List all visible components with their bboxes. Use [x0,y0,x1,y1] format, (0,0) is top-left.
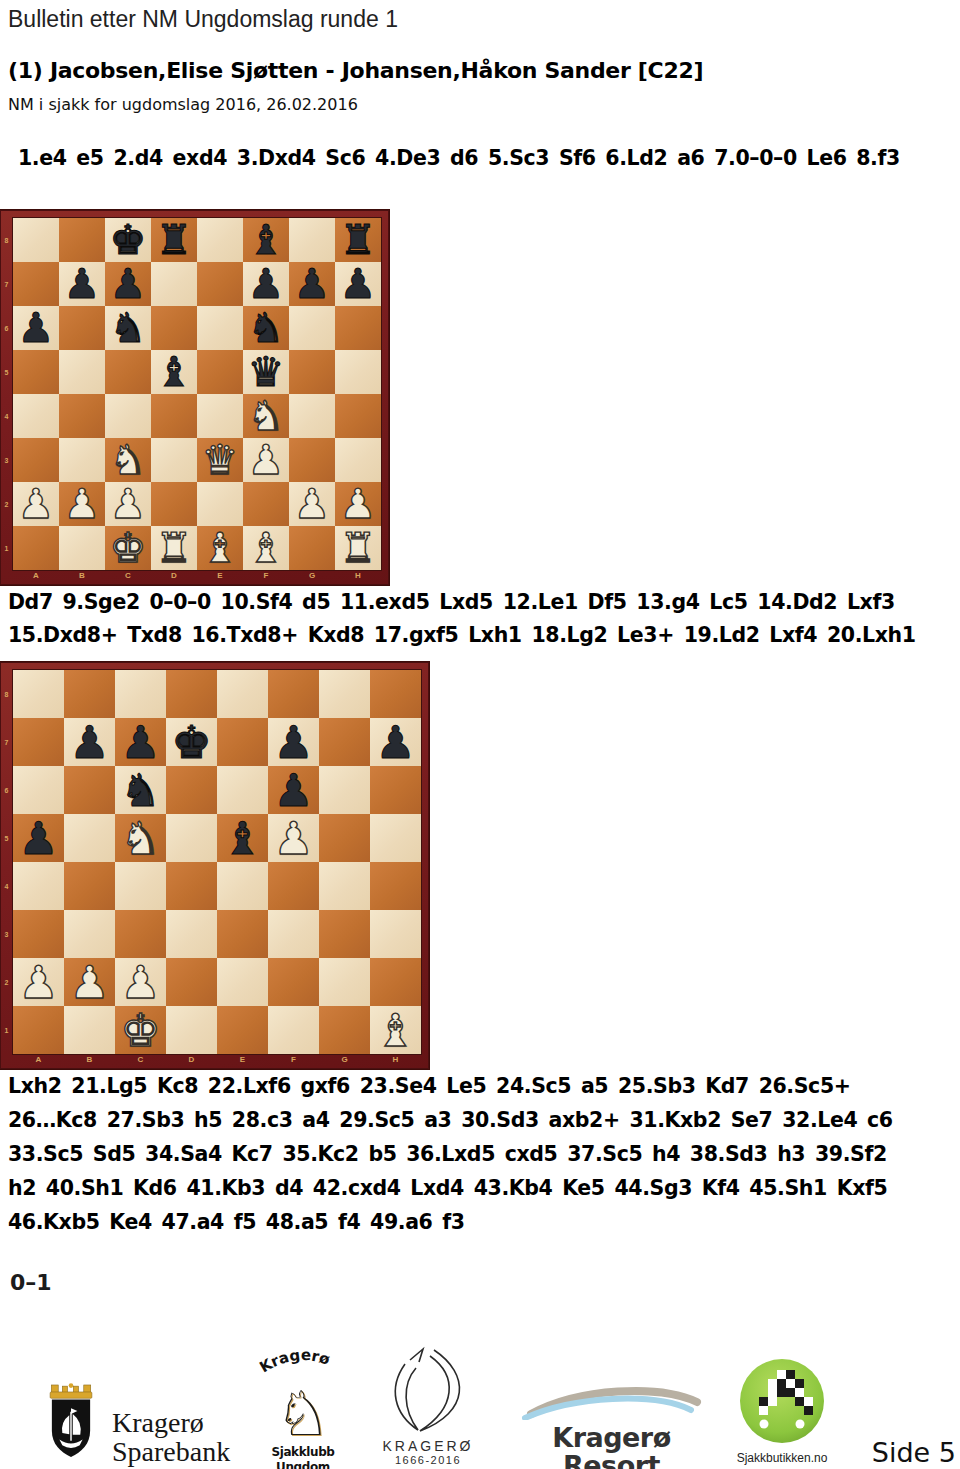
file-label-f: F [268,1055,319,1068]
file-label-c: C [105,571,151,584]
piece-black-pawn: ♟ [64,264,101,305]
square-a1 [13,526,59,570]
piece-black-pawn: ♟ [18,308,55,349]
square-a3 [13,438,59,482]
rank-label-4: 4 [0,394,13,438]
square-f3 [268,910,319,958]
piece-black-rook: ♜ [156,220,193,261]
square-h2 [370,958,421,1006]
square-b3 [59,438,105,482]
piece-black-knight: ♞ [110,308,147,349]
sparebank-wordmark: Kragerø Sparebank [112,1408,230,1468]
piece-black-pawn: ♟ [110,264,147,305]
square-f4: ♞ [243,394,289,438]
square-a6 [13,766,64,814]
page-number: Side 5 [872,1437,956,1468]
rank-label-5: 5 [0,350,13,394]
piece-black-knight: ♞ [248,308,285,349]
game-event-line: NM i sjakk for ugdomslag 2016, 26.02.201… [8,95,358,114]
square-f7: ♟ [268,718,319,766]
sails-icon [372,1340,484,1432]
moves-block-final: Lxh2 21.Lg5 Kc8 22.Lxf6 gxf6 23.Se4 Le5 … [8,1069,893,1239]
piece-white-pawn: ♟ [110,484,147,525]
sparebank-shield-icon [42,1382,100,1468]
piece-black-pawn: ♟ [273,720,313,765]
square-f1: ♝ [243,526,289,570]
square-b2: ♟ [64,958,115,1006]
square-e7 [197,262,243,306]
square-g6 [289,306,335,350]
square-d2 [151,482,197,526]
game-result: 0–1 [10,1270,52,1295]
piece-black-knight: ♞ [120,768,160,813]
piece-white-pawn: ♟ [248,440,285,481]
square-h6 [335,306,381,350]
rank-label-3: 3 [0,910,13,958]
square-e6 [217,766,268,814]
moves-line: Lxh2 21.Lg5 Kc8 22.Lxf6 gxf6 23.Se4 Le5 … [8,1069,893,1103]
square-c2: ♟ [105,482,151,526]
sjakklubb-arc-text: Kragerø [249,1350,357,1380]
square-a3 [13,910,64,958]
square-b8 [64,670,115,718]
file-labels: ABCDEFGH [13,1055,421,1068]
file-label-b: B [64,1055,115,1068]
square-e1 [217,1006,268,1054]
square-d7: ♚ [166,718,217,766]
piece-black-pawn: ♟ [340,264,377,305]
sparebank-line2: Sparebank [112,1437,230,1466]
piece-white-bishop: ♝ [375,1008,415,1053]
square-c3 [115,910,166,958]
piece-white-knight: ♞ [110,440,147,481]
square-e3: ♛ [197,438,243,482]
piece-white-pawn: ♟ [18,960,58,1005]
square-a8 [13,670,64,718]
square-h8: ♜ [335,218,381,262]
file-label-a: A [13,1055,64,1068]
board-grid: ♚♜♝♜♟♟♟♟♟♟♞♞♝♛♞♞♛♟♟♟♟♟♟♚♜♝♝♜ [13,218,381,570]
rank-label-4: 4 [0,862,13,910]
bulletin-header: Bulletin etter NM Ungdomslag runde 1 [8,6,398,33]
square-e8 [217,670,268,718]
rank-label-8: 8 [0,218,13,262]
moves-line: 15.Dxd8+ Txd8 16.Txd8+ Kxd8 17.gxf5 Lxh1… [8,619,916,652]
square-g5 [289,350,335,394]
square-h7: ♟ [335,262,381,306]
square-e8 [197,218,243,262]
square-f3: ♟ [243,438,289,482]
square-h4 [370,862,421,910]
rank-label-2: 2 [0,482,13,526]
file-labels: ABCDEFGH [13,571,381,584]
kragero-sparebank-logo: Kragerø Sparebank [42,1382,230,1468]
piece-black-pawn: ♟ [120,720,160,765]
piece-black-pawn: ♟ [69,720,109,765]
kragero-resort-logo: Kragerø Resort Golf, spa & unike oppleve… [514,1384,709,1469]
square-a5: ♟ [13,814,64,862]
rank-label-8: 8 [0,670,13,718]
square-b5 [59,350,105,394]
square-b4 [64,862,115,910]
svg-text:Kragerø: Kragerø [256,1350,332,1377]
square-a5 [13,350,59,394]
rank-label-7: 7 [0,262,13,306]
square-a4 [13,394,59,438]
square-h4 [335,394,381,438]
square-c7: ♟ [105,262,151,306]
sjakklubb-arc-label: Kragerø [256,1350,332,1377]
chess-board-diagram-2: ♟♟♚♟♟♞♟♟♞♝♟♟♟♟♚♝87654321ABCDEFGH [0,662,429,1069]
piece-white-king: ♚ [120,1008,160,1053]
square-g3 [319,910,370,958]
moves-block-middle: Dd7 9.Sge2 0–0–0 10.Sf4 d5 11.exd5 Lxd5 … [8,586,916,652]
piece-black-pawn: ♟ [294,264,331,305]
square-a7 [13,718,64,766]
square-h5 [335,350,381,394]
square-h7: ♟ [370,718,421,766]
square-d7 [151,262,197,306]
square-d2 [166,958,217,1006]
square-e5: ♝ [217,814,268,862]
square-d5: ♝ [151,350,197,394]
square-c1: ♚ [105,526,151,570]
square-g2: ♟ [289,482,335,526]
square-c1: ♚ [115,1006,166,1054]
rank-label-6: 6 [0,766,13,814]
square-h5 [370,814,421,862]
square-c3: ♞ [105,438,151,482]
piece-white-pawn: ♟ [294,484,331,525]
square-e4 [197,394,243,438]
square-d3 [151,438,197,482]
square-d6 [151,306,197,350]
square-g1 [319,1006,370,1054]
sjakklubb-ungdom-logo: Kragerø ♘ Sjakklubb Ungdom [249,1350,357,1469]
square-g5 [319,814,370,862]
sjakkbutikken-logo: Sjakkbutikken.no [734,1358,830,1465]
square-h2: ♟ [335,482,381,526]
piece-black-queen: ♛ [248,352,285,393]
piece-black-pawn: ♟ [18,816,58,861]
square-e7 [217,718,268,766]
piece-white-knight: ♞ [120,816,160,861]
square-a6: ♟ [13,306,59,350]
rank-label-1: 1 [0,1006,13,1054]
square-c4 [105,394,151,438]
square-g1 [289,526,335,570]
square-d3 [166,910,217,958]
square-b1 [64,1006,115,1054]
file-label-g: G [289,571,335,584]
piece-black-king: ♚ [171,720,211,765]
piece-black-king: ♚ [110,220,147,261]
square-g4 [319,862,370,910]
file-label-e: E [217,1055,268,1068]
piece-white-knight: ♞ [248,396,285,437]
square-a2: ♟ [13,482,59,526]
sjakkbutikken-knight-icon [736,1358,828,1446]
piece-black-pawn: ♟ [248,264,285,305]
file-label-a: A [13,571,59,584]
square-e6 [197,306,243,350]
square-c4 [115,862,166,910]
anniversary-years: 1666-2016 [372,1454,484,1466]
file-label-h: H [370,1055,421,1068]
square-b6 [64,766,115,814]
piece-white-pawn: ♟ [340,484,377,525]
square-b4 [59,394,105,438]
square-d8: ♜ [151,218,197,262]
file-label-e: E [197,571,243,584]
square-h1: ♝ [370,1006,421,1054]
piece-white-king: ♚ [110,528,147,569]
piece-white-pawn: ♟ [64,484,101,525]
square-h8 [370,670,421,718]
square-d5 [166,814,217,862]
square-f5: ♛ [243,350,289,394]
piece-white-pawn: ♟ [69,960,109,1005]
horse-head-icon: ♘ [249,1384,357,1444]
square-d4 [151,394,197,438]
square-g6 [319,766,370,814]
square-e4 [217,862,268,910]
sjakkbutikken-label: Sjakkbutikken.no [734,1451,830,1465]
square-f1 [268,1006,319,1054]
file-label-d: D [151,571,197,584]
square-a2: ♟ [13,958,64,1006]
square-h3 [370,910,421,958]
rank-label-2: 2 [0,958,13,1006]
square-h3 [335,438,381,482]
square-g4 [289,394,335,438]
sjakklubb-label: Sjakklubb Ungdom [253,1444,352,1469]
sparebank-line1: Kragerø [112,1408,230,1437]
piece-white-bishop: ♝ [248,528,285,569]
square-b6 [59,306,105,350]
square-b3 [64,910,115,958]
file-label-b: B [59,571,105,584]
square-b2: ♟ [59,482,105,526]
square-d1 [166,1006,217,1054]
square-d4 [166,862,217,910]
square-d1: ♜ [151,526,197,570]
moves-line: Dd7 9.Sge2 0–0–0 10.Sf4 d5 11.exd5 Lxd5 … [8,586,916,619]
square-c8: ♚ [105,218,151,262]
square-c5 [105,350,151,394]
piece-black-bishop: ♝ [248,220,285,261]
square-g8 [319,670,370,718]
board-grid: ♟♟♚♟♟♞♟♟♞♝♟♟♟♟♚♝ [13,670,421,1054]
file-label-d: D [166,1055,217,1068]
square-f7: ♟ [243,262,289,306]
piece-white-bishop: ♝ [202,528,239,569]
square-e2 [217,958,268,1006]
file-label-g: G [319,1055,370,1068]
moves-line: 33.Sc5 Sd5 34.Sa4 Kc7 35.Kc2 b5 36.Lxd5 … [8,1137,893,1171]
chess-board-diagram-1: ♚♜♝♜♟♟♟♟♟♟♞♞♝♛♞♞♛♟♟♟♟♟♟♚♜♝♝♜87654321ABCD… [0,210,389,585]
square-a4 [13,862,64,910]
piece-white-pawn: ♟ [18,484,55,525]
piece-white-pawn: ♟ [273,816,313,861]
moves-line: h2 40.Sh1 Kd6 41.Kb3 d4 42.cxd4 Lxd4 43.… [8,1171,893,1205]
rank-label-1: 1 [0,526,13,570]
rank-label-6: 6 [0,306,13,350]
square-a7 [13,262,59,306]
moves-line: 26…Kc8 27.Sb3 h5 28.c3 a4 29.Sc5 a3 30.S… [8,1103,893,1137]
square-b1 [59,526,105,570]
game-title: (1) Jacobsen,Elise Sjøtten - Johansen,Hå… [8,58,703,83]
square-c6: ♞ [115,766,166,814]
square-g3 [289,438,335,482]
square-h6 [370,766,421,814]
resort-swoosh-icon [519,1384,704,1420]
square-c2: ♟ [115,958,166,1006]
square-d8 [166,670,217,718]
rank-labels: 87654321 [0,670,13,1054]
square-b8 [59,218,105,262]
square-f6: ♟ [268,766,319,814]
square-c6: ♞ [105,306,151,350]
resort-title: Kragerø Resort [514,1424,709,1469]
square-a8 [13,218,59,262]
square-f2 [268,958,319,1006]
square-e5 [197,350,243,394]
square-c7: ♟ [115,718,166,766]
square-g7: ♟ [289,262,335,306]
file-label-h: H [335,571,381,584]
square-h1: ♜ [335,526,381,570]
square-f5: ♟ [268,814,319,862]
file-label-f: F [243,571,289,584]
square-f8: ♝ [243,218,289,262]
square-e3 [217,910,268,958]
piece-black-pawn: ♟ [273,768,313,813]
square-f8 [268,670,319,718]
moves-line-intro: 1.e4 e5 2.d4 exd4 3.Dxd4 Sc6 4.De3 d6 5.… [18,146,900,170]
rank-label-7: 7 [0,718,13,766]
square-g7 [319,718,370,766]
square-b7: ♟ [59,262,105,306]
square-f2 [243,482,289,526]
piece-black-bishop: ♝ [222,816,262,861]
rank-label-5: 5 [0,814,13,862]
piece-black-pawn: ♟ [375,720,415,765]
file-label-c: C [115,1055,166,1068]
piece-black-bishop: ♝ [156,352,193,393]
square-e2 [197,482,243,526]
square-d6 [166,766,217,814]
rank-labels: 87654321 [0,218,13,570]
piece-white-rook: ♜ [340,528,377,569]
square-b7: ♟ [64,718,115,766]
square-c8 [115,670,166,718]
square-f4 [268,862,319,910]
moves-line: 46.Kxb5 Ke4 47.a4 f5 48.a5 f4 49.a6 f3 [8,1205,893,1239]
anniversary-title: KRAGERØ [372,1438,484,1454]
piece-white-queen: ♛ [202,440,239,481]
square-b5 [64,814,115,862]
piece-white-pawn: ♟ [120,960,160,1005]
square-a1 [13,1006,64,1054]
square-g2 [319,958,370,1006]
piece-white-rook: ♜ [156,528,193,569]
square-f6: ♞ [243,306,289,350]
square-e1: ♝ [197,526,243,570]
square-g8 [289,218,335,262]
kragero-anniversary-logo: KRAGERØ 1666-2016 [372,1340,484,1466]
rank-label-3: 3 [0,438,13,482]
piece-black-rook: ♜ [340,220,377,261]
square-c5: ♞ [115,814,166,862]
